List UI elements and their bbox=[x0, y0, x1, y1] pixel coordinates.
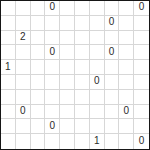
cell-r1c7[interactable] bbox=[90, 1, 105, 16]
cell-r7c2[interactable] bbox=[16, 90, 31, 105]
cell-r1c3[interactable] bbox=[31, 1, 46, 16]
cell-r3c1[interactable] bbox=[1, 31, 16, 46]
cell-r8c4[interactable] bbox=[45, 105, 60, 120]
cell-r3c6[interactable] bbox=[75, 31, 90, 46]
cell-r3c5[interactable] bbox=[60, 31, 75, 46]
cell-r10c6[interactable] bbox=[75, 134, 90, 149]
cell-r6c8[interactable] bbox=[105, 75, 120, 90]
cell-r5c10[interactable] bbox=[134, 60, 149, 75]
cell-r8c5[interactable] bbox=[60, 105, 75, 120]
cell-r4c4-clue: 0 bbox=[45, 45, 60, 60]
cell-r9c7[interactable] bbox=[90, 119, 105, 134]
cell-r6c2[interactable] bbox=[16, 75, 31, 90]
cell-r8c8[interactable] bbox=[105, 105, 120, 120]
cell-r1c2[interactable] bbox=[16, 1, 31, 16]
cell-r4c10[interactable] bbox=[134, 45, 149, 60]
cell-r8c7[interactable] bbox=[90, 105, 105, 120]
cell-r1c10-clue: 0 bbox=[134, 1, 149, 16]
cell-r7c9[interactable] bbox=[119, 90, 134, 105]
cell-r10c9[interactable] bbox=[119, 134, 134, 149]
cell-r6c5[interactable] bbox=[60, 75, 75, 90]
cell-r7c10[interactable] bbox=[134, 90, 149, 105]
cell-r2c1[interactable] bbox=[1, 16, 16, 31]
cell-r1c6[interactable] bbox=[75, 1, 90, 16]
cell-r5c4[interactable] bbox=[45, 60, 60, 75]
cell-r4c3[interactable] bbox=[31, 45, 46, 60]
cell-r2c10[interactable] bbox=[134, 16, 149, 31]
cell-r4c5[interactable] bbox=[60, 45, 75, 60]
cell-r10c7-clue: 1 bbox=[90, 134, 105, 149]
cell-r2c5[interactable] bbox=[60, 16, 75, 31]
cell-r9c10[interactable] bbox=[134, 119, 149, 134]
cell-r4c2[interactable] bbox=[16, 45, 31, 60]
cell-r10c3[interactable] bbox=[31, 134, 46, 149]
cell-r4c8-clue: 0 bbox=[105, 45, 120, 60]
cell-r8c10[interactable] bbox=[134, 105, 149, 120]
cell-r2c9[interactable] bbox=[119, 16, 134, 31]
cell-r1c4-clue: 0 bbox=[45, 1, 60, 16]
cell-r1c1[interactable] bbox=[1, 1, 16, 16]
cell-r4c1[interactable] bbox=[1, 45, 16, 60]
cell-r3c3[interactable] bbox=[31, 31, 46, 46]
cell-r8c6[interactable] bbox=[75, 105, 90, 120]
cell-r10c5[interactable] bbox=[60, 134, 75, 149]
cell-r9c1[interactable] bbox=[1, 119, 16, 134]
cell-r4c6[interactable] bbox=[75, 45, 90, 60]
cell-r9c6[interactable] bbox=[75, 119, 90, 134]
cell-r10c1[interactable] bbox=[1, 134, 16, 149]
cell-r10c10-clue: 0 bbox=[134, 134, 149, 149]
cell-r9c8[interactable] bbox=[105, 119, 120, 134]
cell-r5c5[interactable] bbox=[60, 60, 75, 75]
cell-r3c2-clue: 2 bbox=[16, 31, 31, 46]
cell-r5c6[interactable] bbox=[75, 60, 90, 75]
cell-r7c7[interactable] bbox=[90, 90, 105, 105]
cell-r3c9[interactable] bbox=[119, 31, 134, 46]
cell-r8c2-clue: 0 bbox=[16, 105, 31, 120]
cell-r10c8[interactable] bbox=[105, 134, 120, 149]
cell-r6c7-clue: 0 bbox=[90, 75, 105, 90]
cell-r2c2[interactable] bbox=[16, 16, 31, 31]
cell-r5c9[interactable] bbox=[119, 60, 134, 75]
cell-r5c1-clue: 1 bbox=[1, 60, 16, 75]
cell-r6c1[interactable] bbox=[1, 75, 16, 90]
cell-r2c4[interactable] bbox=[45, 16, 60, 31]
cell-r9c9[interactable] bbox=[119, 119, 134, 134]
cell-r5c8[interactable] bbox=[105, 60, 120, 75]
cell-r8c3[interactable] bbox=[31, 105, 46, 120]
cell-r6c10[interactable] bbox=[134, 75, 149, 90]
cell-r9c5[interactable] bbox=[60, 119, 75, 134]
cell-r4c7[interactable] bbox=[90, 45, 105, 60]
cell-r8c1[interactable] bbox=[1, 105, 16, 120]
cell-r4c9[interactable] bbox=[119, 45, 134, 60]
cell-r8c9-clue: 0 bbox=[119, 105, 134, 120]
puzzle-board: 0002001000010 bbox=[0, 0, 150, 150]
cell-r5c3[interactable] bbox=[31, 60, 46, 75]
cell-r6c4[interactable] bbox=[45, 75, 60, 90]
cell-r2c6[interactable] bbox=[75, 16, 90, 31]
cell-r9c4-clue: 0 bbox=[45, 119, 60, 134]
cell-r6c3[interactable] bbox=[31, 75, 46, 90]
cell-r3c8[interactable] bbox=[105, 31, 120, 46]
cell-r7c8[interactable] bbox=[105, 90, 120, 105]
cell-r1c8[interactable] bbox=[105, 1, 120, 16]
cell-r10c2[interactable] bbox=[16, 134, 31, 149]
cell-r5c2[interactable] bbox=[16, 60, 31, 75]
cell-r7c5[interactable] bbox=[60, 90, 75, 105]
cell-r7c6[interactable] bbox=[75, 90, 90, 105]
cell-r9c3[interactable] bbox=[31, 119, 46, 134]
cell-r2c3[interactable] bbox=[31, 16, 46, 31]
cell-r2c7[interactable] bbox=[90, 16, 105, 31]
cell-r7c1[interactable] bbox=[1, 90, 16, 105]
cell-r9c2[interactable] bbox=[16, 119, 31, 134]
cell-r1c9[interactable] bbox=[119, 1, 134, 16]
cell-r3c7[interactable] bbox=[90, 31, 105, 46]
cell-r5c7[interactable] bbox=[90, 60, 105, 75]
cell-r7c4[interactable] bbox=[45, 90, 60, 105]
cell-r3c4[interactable] bbox=[45, 31, 60, 46]
cell-r2c8-clue: 0 bbox=[105, 16, 120, 31]
cell-r10c4[interactable] bbox=[45, 134, 60, 149]
cell-r6c6[interactable] bbox=[75, 75, 90, 90]
cell-r7c3[interactable] bbox=[31, 90, 46, 105]
cell-r6c9[interactable] bbox=[119, 75, 134, 90]
cell-r3c10[interactable] bbox=[134, 31, 149, 46]
cell-r1c5[interactable] bbox=[60, 1, 75, 16]
